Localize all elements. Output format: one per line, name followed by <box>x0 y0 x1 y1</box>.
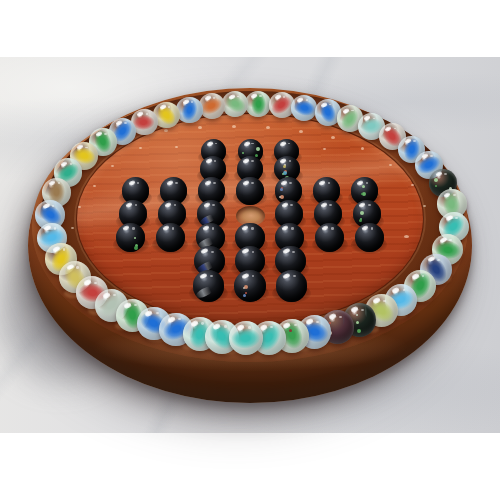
specular-highlight <box>228 94 235 100</box>
secondary-glint <box>76 266 79 268</box>
marble-fleck <box>362 192 366 196</box>
surface-speck <box>323 148 326 150</box>
cats-eye-vane <box>251 93 266 115</box>
specular-highlight <box>103 291 111 298</box>
specular-highlight <box>236 324 245 331</box>
specular-highlight <box>204 180 211 186</box>
marble-fleck <box>135 244 138 247</box>
specular-highlight <box>242 225 250 231</box>
specular-highlight <box>275 94 282 100</box>
marble-fleck <box>284 164 286 166</box>
surface-speck <box>266 126 270 129</box>
specular-highlight <box>350 306 359 313</box>
specular-highlight <box>328 313 337 320</box>
cats-eye-vane <box>133 114 156 131</box>
specular-highlight <box>42 202 50 208</box>
specular-highlight <box>320 202 327 208</box>
specular-highlight <box>137 111 144 117</box>
secondary-glint <box>430 155 433 157</box>
secondary-glint <box>214 160 216 162</box>
specular-highlight <box>190 320 199 327</box>
secondary-glint <box>444 173 447 175</box>
marble-fleck <box>282 173 284 175</box>
secondary-glint <box>316 321 319 323</box>
specular-highlight <box>167 315 176 322</box>
peg-solitaire-board <box>0 0 500 500</box>
secondary-glint <box>292 251 295 253</box>
specular-highlight <box>444 192 452 198</box>
marble-c7[interactable] <box>193 270 225 302</box>
secondary-glint <box>328 182 330 184</box>
secondary-glint <box>291 227 294 229</box>
secondary-glint <box>178 318 181 320</box>
surface-speck <box>71 227 74 229</box>
secondary-glint <box>394 128 396 130</box>
secondary-glint <box>289 160 291 162</box>
specular-highlight <box>404 138 411 144</box>
secondary-glint <box>251 143 253 145</box>
marble-fleck <box>434 178 438 182</box>
specular-highlight <box>201 248 209 254</box>
specular-highlight <box>213 323 222 330</box>
secondary-glint <box>215 143 217 145</box>
specular-highlight <box>52 246 60 253</box>
surface-speck <box>139 147 142 149</box>
surface-speck <box>331 136 335 139</box>
secondary-glint <box>248 326 251 328</box>
secondary-glint <box>146 113 148 115</box>
secondary-glint <box>403 289 406 291</box>
secondary-glint <box>174 204 177 206</box>
surface-speck <box>411 184 414 186</box>
specular-highlight <box>343 108 350 114</box>
secondary-glint <box>331 227 334 229</box>
specular-highlight <box>162 225 170 231</box>
marble-d3[interactable] <box>236 177 263 204</box>
secondary-glint <box>251 160 253 162</box>
specular-highlight <box>164 202 171 208</box>
specular-highlight <box>243 141 249 146</box>
photo-frame <box>0 0 500 500</box>
secondary-glint <box>366 182 368 184</box>
specular-highlight <box>202 225 210 231</box>
secondary-glint <box>134 304 137 306</box>
marble-fleck <box>256 147 260 151</box>
secondary-glint <box>104 133 106 135</box>
surface-speck <box>299 130 303 133</box>
secondary-glint <box>172 227 175 229</box>
specular-highlight <box>203 202 210 208</box>
secondary-glint <box>210 275 213 277</box>
secondary-glint <box>132 227 135 229</box>
specular-highlight <box>372 297 380 304</box>
secondary-glint <box>453 194 456 196</box>
surface-speck <box>404 235 409 238</box>
surface-speck <box>389 164 392 166</box>
surface-speck <box>111 165 114 167</box>
secondary-glint <box>383 300 386 302</box>
secondary-glint <box>70 163 73 165</box>
specular-highlight <box>445 215 453 221</box>
surface-speck <box>423 205 426 207</box>
secondary-glint <box>270 326 273 328</box>
secondary-glint <box>212 227 215 229</box>
specular-highlight <box>204 95 211 101</box>
secondary-glint <box>290 204 293 206</box>
specular-highlight <box>319 180 326 186</box>
secondary-glint <box>422 275 425 277</box>
marble-fleck <box>283 165 286 168</box>
secondary-glint <box>54 227 57 229</box>
specular-highlight <box>282 248 290 254</box>
marble-fleck <box>357 329 361 333</box>
secondary-glint <box>437 259 440 261</box>
secondary-glint <box>283 96 285 98</box>
specular-highlight <box>435 171 442 177</box>
marble-fleck <box>361 193 363 195</box>
specular-highlight <box>283 322 292 329</box>
cats-eye-vane <box>317 99 339 125</box>
secondary-glint <box>137 182 139 184</box>
secondary-glint <box>413 140 415 142</box>
specular-highlight <box>44 225 52 231</box>
secondary-glint <box>224 325 227 327</box>
specular-highlight <box>364 115 371 121</box>
specular-highlight <box>281 202 288 208</box>
secondary-glint <box>361 309 364 311</box>
marble-d7[interactable] <box>234 270 266 302</box>
surface-speck <box>93 185 96 187</box>
specular-highlight <box>66 264 74 271</box>
marble-fleck <box>356 321 359 324</box>
secondary-glint <box>306 99 308 101</box>
specular-highlight <box>83 279 91 286</box>
secondary-glint <box>251 227 254 229</box>
specular-highlight <box>411 273 419 280</box>
surface-speck <box>232 125 236 128</box>
secondary-glint <box>213 97 215 99</box>
marble-fleck <box>281 187 283 189</box>
secondary-glint <box>94 282 97 284</box>
specular-highlight <box>385 126 392 132</box>
secondary-glint <box>259 95 261 97</box>
specular-highlight <box>48 180 55 186</box>
marble-fleck <box>284 170 287 173</box>
secondary-glint <box>449 239 452 241</box>
marble-fleck <box>435 185 437 187</box>
surface-speck <box>164 129 168 132</box>
surface-speck <box>175 146 178 148</box>
marble-fleck <box>245 292 247 294</box>
secondary-glint <box>201 322 204 324</box>
specular-highlight <box>320 102 327 108</box>
marble-fleck <box>280 195 284 199</box>
specular-highlight <box>207 141 213 146</box>
secondary-glint <box>213 182 215 184</box>
specular-highlight <box>60 161 67 167</box>
specular-highlight <box>321 225 329 231</box>
cats-eye-vane <box>154 102 180 129</box>
secondary-glint <box>85 147 87 149</box>
secondary-glint <box>252 275 255 277</box>
secondary-glint <box>329 104 331 106</box>
surface-speck <box>361 147 364 150</box>
marble-fleck <box>244 285 248 289</box>
marble-fleck <box>283 171 287 175</box>
specular-highlight <box>242 248 250 254</box>
specular-highlight <box>279 141 285 146</box>
secondary-glint <box>113 294 116 296</box>
marble-fleck <box>243 287 245 289</box>
marble-fleck <box>242 152 244 154</box>
marble-fleck <box>280 188 283 191</box>
specular-highlight <box>205 158 212 164</box>
specular-highlight <box>243 158 250 164</box>
specular-highlight <box>122 225 130 231</box>
secondary-glint <box>52 205 55 207</box>
cats-eye-vane <box>222 92 248 116</box>
secondary-glint <box>351 110 353 112</box>
specular-highlight <box>145 309 154 316</box>
secondary-glint <box>168 106 170 108</box>
specular-highlight <box>76 144 83 150</box>
specular-highlight <box>359 202 366 208</box>
marble-fleck <box>289 329 292 332</box>
secondary-glint <box>135 204 138 206</box>
cats-eye-vane <box>231 327 261 349</box>
marble-fleck <box>279 196 281 198</box>
ring-marble-23-teal[interactable] <box>229 321 263 355</box>
secondary-glint <box>368 204 371 206</box>
specular-highlight <box>281 180 288 186</box>
specular-highlight <box>128 180 135 186</box>
secondary-glint <box>237 96 239 98</box>
specular-highlight <box>95 131 102 137</box>
marble-fleck <box>134 246 138 250</box>
secondary-glint <box>289 182 291 184</box>
secondary-glint <box>191 101 193 103</box>
secondary-glint <box>211 251 214 253</box>
specular-highlight <box>361 225 369 231</box>
marble-e7[interactable] <box>276 270 308 302</box>
secondary-glint <box>58 182 61 184</box>
specular-highlight <box>421 153 428 159</box>
secondary-glint <box>329 204 332 206</box>
secondary-glint <box>288 143 290 145</box>
marble-g5[interactable] <box>355 223 384 252</box>
specular-highlight <box>251 93 258 99</box>
secondary-glint <box>212 204 215 206</box>
cats-eye-vane <box>180 97 200 122</box>
marble-fleck <box>362 185 365 188</box>
specular-highlight <box>280 158 287 164</box>
specular-highlight <box>282 225 290 231</box>
specular-highlight <box>241 273 249 280</box>
secondary-glint <box>455 217 458 219</box>
specular-highlight <box>123 302 132 309</box>
marble-fleck <box>134 237 136 239</box>
surface-speck <box>78 206 81 208</box>
secondary-glint <box>371 227 374 229</box>
ring-marble-42-blue[interactable] <box>176 97 202 123</box>
specular-highlight <box>392 286 400 293</box>
marble-fleck <box>360 218 362 220</box>
marble-fleck <box>356 314 358 316</box>
marble-fleck <box>243 294 246 297</box>
surface-speck <box>198 126 202 129</box>
marble-b5[interactable] <box>156 223 185 252</box>
marble-fleck <box>359 219 362 222</box>
marble-swirl-streak <box>194 284 216 300</box>
specular-highlight <box>166 180 173 186</box>
secondary-glint <box>373 118 375 120</box>
secondary-glint <box>339 316 342 318</box>
specular-highlight <box>357 180 364 186</box>
secondary-glint <box>252 251 255 253</box>
secondary-glint <box>156 312 159 314</box>
specular-highlight <box>182 99 189 105</box>
specular-highlight <box>125 202 132 208</box>
secondary-glint <box>294 324 297 326</box>
secondary-glint <box>251 182 253 184</box>
specular-highlight <box>305 318 314 325</box>
specular-highlight <box>427 256 435 263</box>
secondary-glint <box>63 248 66 250</box>
specular-highlight <box>283 273 291 280</box>
marble-fleck <box>360 211 364 215</box>
secondary-glint <box>293 275 296 277</box>
specular-highlight <box>439 237 447 244</box>
secondary-glint <box>124 122 126 124</box>
specular-highlight <box>159 104 166 110</box>
specular-highlight <box>297 97 304 103</box>
cats-eye-vane <box>292 98 317 119</box>
specular-highlight <box>200 273 208 280</box>
specular-highlight <box>242 180 249 186</box>
specular-highlight <box>115 120 122 126</box>
secondary-glint <box>175 182 177 184</box>
